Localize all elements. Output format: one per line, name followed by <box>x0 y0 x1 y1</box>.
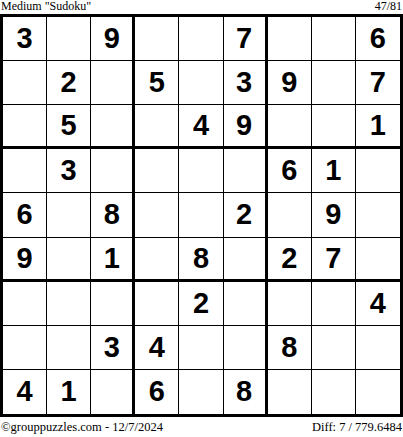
cell-r4c9[interactable] <box>356 149 400 193</box>
cell-r8c6[interactable] <box>224 326 268 370</box>
cell-r1c2[interactable] <box>47 17 91 61</box>
cell-r3c9[interactable]: 1 <box>356 105 400 149</box>
cell-r7c4[interactable] <box>135 282 179 326</box>
cell-r5c9[interactable] <box>356 193 400 237</box>
cell-r8c1[interactable] <box>3 326 47 370</box>
cell-r4c5[interactable] <box>179 149 223 193</box>
cell-r6c6[interactable] <box>224 238 268 282</box>
cell-r6c9[interactable] <box>356 238 400 282</box>
cell-r6c3[interactable]: 1 <box>91 238 135 282</box>
footer: ©grouppuzzles.com - 12/7/2024 Diff: 7 / … <box>0 417 403 437</box>
cell-r6c5[interactable]: 8 <box>179 238 223 282</box>
cell-r2c4[interactable]: 5 <box>135 61 179 105</box>
puzzle-title: Medium "Sudoku" <box>1 0 91 13</box>
cell-r5c5[interactable] <box>179 193 223 237</box>
cell-r5c7[interactable] <box>268 193 312 237</box>
cell-r6c7[interactable]: 2 <box>268 238 312 282</box>
empty-cell-counter: 47/81 <box>375 0 402 13</box>
cell-r2c2[interactable]: 2 <box>47 61 91 105</box>
cell-r6c1[interactable]: 9 <box>3 238 47 282</box>
cell-r8c5[interactable] <box>179 326 223 370</box>
cell-r4c6[interactable] <box>224 149 268 193</box>
cell-r1c1[interactable]: 3 <box>3 17 47 61</box>
cell-r1c3[interactable]: 9 <box>91 17 135 61</box>
cell-r5c6[interactable]: 2 <box>224 193 268 237</box>
sudoku-page: Medium "Sudoku" 47/81 397625397549136168… <box>0 0 403 437</box>
cell-r1c9[interactable]: 6 <box>356 17 400 61</box>
cell-r3c1[interactable] <box>3 105 47 149</box>
cell-r9c8[interactable] <box>312 370 356 414</box>
cell-r5c4[interactable] <box>135 193 179 237</box>
cell-r1c7[interactable] <box>268 17 312 61</box>
cell-r5c2[interactable] <box>47 193 91 237</box>
cell-r7c5[interactable]: 2 <box>179 282 223 326</box>
cell-r3c7[interactable] <box>268 105 312 149</box>
cell-r3c6[interactable]: 9 <box>224 105 268 149</box>
cell-r9c7[interactable] <box>268 370 312 414</box>
cell-r2c6[interactable]: 3 <box>224 61 268 105</box>
cell-r1c4[interactable] <box>135 17 179 61</box>
cell-r7c3[interactable] <box>91 282 135 326</box>
cell-r3c2[interactable]: 5 <box>47 105 91 149</box>
cell-r1c6[interactable]: 7 <box>224 17 268 61</box>
cell-r7c7[interactable] <box>268 282 312 326</box>
cell-r5c8[interactable]: 9 <box>312 193 356 237</box>
cell-r9c2[interactable]: 1 <box>47 370 91 414</box>
cell-r8c3[interactable]: 3 <box>91 326 135 370</box>
cell-r8c2[interactable] <box>47 326 91 370</box>
cell-r9c5[interactable] <box>179 370 223 414</box>
cell-r1c8[interactable] <box>312 17 356 61</box>
cell-r4c8[interactable]: 1 <box>312 149 356 193</box>
cell-r9c4[interactable]: 6 <box>135 370 179 414</box>
cell-r5c1[interactable]: 6 <box>3 193 47 237</box>
cell-r4c1[interactable] <box>3 149 47 193</box>
cell-r2c7[interactable]: 9 <box>268 61 312 105</box>
cell-r2c9[interactable]: 7 <box>356 61 400 105</box>
cell-r8c4[interactable]: 4 <box>135 326 179 370</box>
cell-r6c8[interactable]: 7 <box>312 238 356 282</box>
cell-r7c1[interactable] <box>3 282 47 326</box>
cell-r5c3[interactable]: 8 <box>91 193 135 237</box>
cell-r2c1[interactable] <box>3 61 47 105</box>
cell-r6c4[interactable] <box>135 238 179 282</box>
cell-r3c3[interactable] <box>91 105 135 149</box>
cell-r7c6[interactable] <box>224 282 268 326</box>
cell-r7c2[interactable] <box>47 282 91 326</box>
cell-r3c8[interactable] <box>312 105 356 149</box>
cell-r6c2[interactable] <box>47 238 91 282</box>
cell-r4c7[interactable]: 6 <box>268 149 312 193</box>
cell-r8c7[interactable]: 8 <box>268 326 312 370</box>
cell-r9c1[interactable]: 4 <box>3 370 47 414</box>
cell-r9c3[interactable] <box>91 370 135 414</box>
cell-r7c9[interactable]: 4 <box>356 282 400 326</box>
cell-r2c5[interactable] <box>179 61 223 105</box>
cell-r9c6[interactable]: 8 <box>224 370 268 414</box>
difficulty-label: Diff: 7 / 779.6484 <box>312 420 402 435</box>
cell-r9c9[interactable] <box>356 370 400 414</box>
cell-r4c2[interactable]: 3 <box>47 149 91 193</box>
cell-r4c4[interactable] <box>135 149 179 193</box>
cell-r7c8[interactable] <box>312 282 356 326</box>
header: Medium "Sudoku" 47/81 <box>0 0 403 14</box>
sudoku-board: 3976253975491361682991827243484168 <box>0 14 403 417</box>
cell-r1c5[interactable] <box>179 17 223 61</box>
cell-r8c9[interactable] <box>356 326 400 370</box>
cell-r3c4[interactable] <box>135 105 179 149</box>
cell-r4c3[interactable] <box>91 149 135 193</box>
cell-r3c5[interactable]: 4 <box>179 105 223 149</box>
cell-r8c8[interactable] <box>312 326 356 370</box>
cell-r2c8[interactable] <box>312 61 356 105</box>
copyright-credit: ©grouppuzzles.com - 12/7/2024 <box>1 420 163 435</box>
cell-r2c3[interactable] <box>91 61 135 105</box>
